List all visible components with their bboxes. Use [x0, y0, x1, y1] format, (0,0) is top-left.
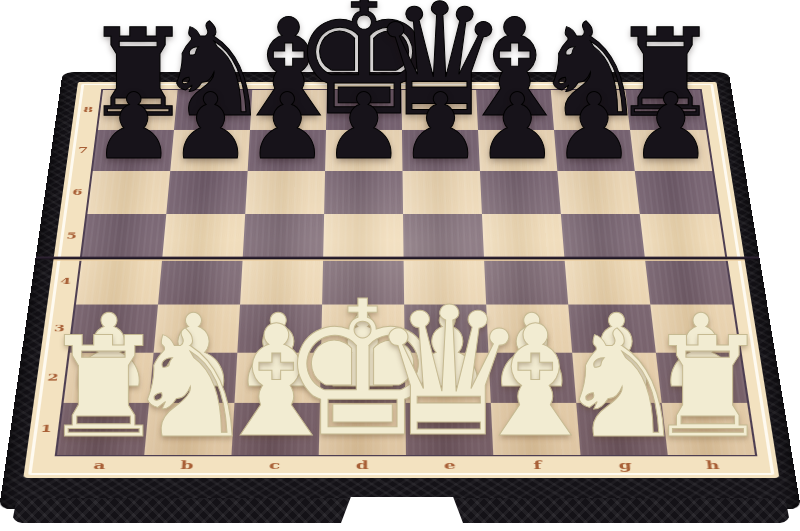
piece-black-pawn-e7[interactable]: ♟ — [400, 81, 482, 172]
square-d5[interactable] — [323, 214, 403, 258]
chess-set-photo: 87654321abcdefgh ♜♞♝♚♛♝♞♜♟♟♟♟♟♟♟♟♟♟♟♟♟♟♟… — [0, 0, 800, 531]
rank-label-5: 5 — [66, 231, 78, 241]
rank-label-4: 4 — [60, 276, 72, 286]
piece-white-rook-h1[interactable]: ♜ — [646, 319, 771, 458]
piece-black-pawn-b7[interactable]: ♟ — [170, 81, 252, 172]
rank-label-7: 7 — [77, 146, 88, 155]
square-g5[interactable] — [561, 214, 645, 258]
piece-black-pawn-d7[interactable]: ♟ — [323, 81, 405, 172]
square-c5[interactable] — [243, 214, 324, 258]
piece-black-pawn-f7[interactable]: ♟ — [477, 81, 559, 172]
piece-black-pawn-g7[interactable]: ♟ — [553, 81, 635, 172]
piece-black-pawn-h7[interactable]: ♟ — [630, 81, 712, 172]
rank-label-6: 6 — [72, 187, 83, 197]
square-a5[interactable] — [82, 214, 167, 258]
square-b5[interactable] — [162, 214, 245, 258]
case-latch-notch — [338, 497, 466, 531]
square-h5[interactable] — [640, 214, 726, 258]
piece-black-pawn-c7[interactable]: ♟ — [246, 81, 328, 172]
square-f5[interactable] — [482, 214, 565, 258]
piece-black-pawn-a7[interactable]: ♟ — [93, 81, 175, 172]
square-e5[interactable] — [403, 214, 484, 258]
